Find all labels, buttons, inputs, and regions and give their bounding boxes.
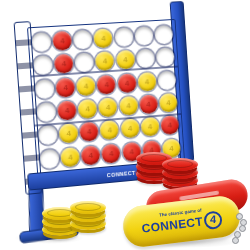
- empty-hole: [38, 125, 58, 145]
- disc-emboss: 4: [104, 80, 109, 89]
- board-cell-r5c1[interactable]: [37, 123, 59, 148]
- empty-hole: [40, 149, 60, 170]
- red-disc: 4: [52, 31, 72, 51]
- yellow-bag-logo: CONNECT 4: [141, 210, 223, 238]
- board-cell-r1c7[interactable]: [153, 23, 174, 47]
- board-cell-r3c3[interactable]: 4: [75, 74, 97, 99]
- board-cell-r6c4[interactable]: 4: [100, 141, 122, 166]
- disc-emboss: 4: [66, 129, 71, 138]
- board-cell-r4c7[interactable]: 4: [158, 91, 179, 115]
- disc-emboss: 4: [65, 106, 70, 115]
- disc-emboss: 4: [103, 57, 108, 66]
- disc-emboss: 4: [146, 100, 151, 109]
- board-cell-r3c7[interactable]: [156, 68, 177, 92]
- disc-emboss: 4: [106, 103, 111, 112]
- yellow-disc: 4: [98, 98, 118, 118]
- yellow-bag-title: CONNECT: [141, 215, 204, 235]
- empty-hole: [134, 26, 153, 46]
- board-logo: CONNECT4: [107, 168, 140, 178]
- yellow-bag-four: 4: [204, 211, 222, 229]
- yellow-disc: 4: [137, 72, 156, 92]
- disc-emboss: 4: [167, 121, 172, 130]
- disc-emboss: 4: [166, 98, 171, 107]
- disc-emboss: 4: [68, 152, 73, 161]
- disc-emboss: 4: [101, 34, 106, 43]
- yellow-disc: 4: [119, 96, 138, 116]
- red-disc: 4: [80, 122, 100, 142]
- chain-link-icon: [232, 237, 239, 244]
- empty-hole: [114, 27, 133, 47]
- red-disc: 4: [81, 145, 101, 165]
- chain-icon: [232, 213, 248, 249]
- board-cell-r1c2[interactable]: 4: [51, 29, 73, 53]
- empty-hole: [73, 30, 93, 50]
- board-cell-r2c5[interactable]: 4: [114, 48, 136, 72]
- disc-emboss: 4: [109, 149, 114, 158]
- board-cell-r6c2[interactable]: 4: [59, 145, 81, 170]
- disc-emboss: 4: [87, 128, 92, 137]
- yellow-disc: 4: [76, 76, 96, 96]
- empty-hole: [31, 32, 51, 52]
- red-disc: 4: [57, 101, 77, 121]
- board-cell-r1c1[interactable]: [30, 30, 53, 55]
- board-cell-r1c5[interactable]: [113, 25, 135, 49]
- board-cell-r1c6[interactable]: [133, 24, 155, 48]
- board-cell-r4c5[interactable]: 4: [118, 94, 140, 118]
- board-cell-r1c4[interactable]: 4: [93, 26, 115, 50]
- board-cell-r4c3[interactable]: 4: [77, 97, 99, 122]
- yellow-disc: 4: [95, 52, 115, 72]
- board-cell-r2c6[interactable]: [135, 47, 157, 71]
- board-cell-r3c5[interactable]: 4: [116, 71, 138, 95]
- red-disc: 4: [117, 73, 136, 93]
- board-cell-r2c1[interactable]: [32, 53, 55, 78]
- empty-hole: [75, 53, 95, 73]
- yellow-disc: 4: [159, 93, 178, 113]
- yellow-disc: 4: [60, 147, 80, 167]
- board-cell-r4c2[interactable]: 4: [56, 98, 78, 123]
- board-cell-r2c4[interactable]: 4: [94, 49, 116, 73]
- yellow-disc: 4: [78, 99, 98, 119]
- board-cell-r4c4[interactable]: 4: [97, 95, 119, 120]
- board-cell-r5c7[interactable]: 4: [159, 114, 180, 138]
- board-cell-r3c4[interactable]: 4: [96, 72, 118, 96]
- board-cell-r4c1[interactable]: [35, 100, 58, 125]
- disc-emboss: 4: [85, 104, 90, 113]
- board-cell-r3c2[interactable]: 4: [54, 75, 76, 100]
- disc-emboss: 4: [128, 124, 133, 133]
- yellow-disc: 4: [116, 50, 135, 70]
- board-cell-r2c7[interactable]: [155, 46, 176, 70]
- empty-hole: [154, 25, 173, 45]
- disc-emboss: 4: [63, 83, 68, 92]
- yellow-disc-pile[interactable]: [42, 196, 114, 242]
- disc-emboss: 4: [60, 36, 65, 45]
- red-disc: 4: [139, 95, 158, 115]
- disc-emboss: 4: [129, 147, 134, 156]
- red-disc: 4: [97, 75, 117, 95]
- red-disc: 4: [54, 54, 74, 74]
- board-cell-r6c3[interactable]: 4: [80, 143, 102, 168]
- disc-emboss: 4: [124, 79, 129, 88]
- empty-hole: [136, 49, 155, 69]
- red-disc: 4: [56, 77, 76, 97]
- empty-hole: [36, 102, 56, 122]
- board-cell-r1c3[interactable]: [72, 28, 94, 52]
- yellow-disc: 4: [94, 29, 114, 49]
- disc-emboss: 4: [123, 56, 128, 65]
- disc-emboss: 4: [126, 101, 131, 110]
- board-cell-r6c1[interactable]: [38, 146, 60, 171]
- board-cell-r2c3[interactable]: [74, 51, 96, 75]
- board-cell-r5c6[interactable]: 4: [139, 115, 160, 139]
- board-cell-r3c1[interactable]: [33, 77, 56, 102]
- loose-yellow-disc[interactable]: [70, 201, 106, 214]
- yellow-disc: 4: [59, 124, 79, 144]
- disc-emboss: 4: [107, 126, 112, 135]
- yellow-disc: 4: [100, 120, 120, 140]
- disc-emboss: 4: [61, 60, 66, 69]
- yellow-disc: 4: [120, 119, 139, 139]
- board-cell-r5c2[interactable]: 4: [58, 121, 80, 146]
- board-logo-connect: CONNECT: [107, 170, 136, 179]
- board-cell-r3c6[interactable]: 4: [136, 70, 158, 94]
- empty-hole: [156, 48, 175, 68]
- board-cell-r5c5[interactable]: 4: [119, 117, 141, 141]
- empty-hole: [35, 79, 55, 99]
- disc-emboss: 4: [84, 81, 89, 90]
- empty-hole: [33, 56, 53, 76]
- board-cell-r4c6[interactable]: 4: [138, 92, 159, 116]
- product-photo: 4444444444444444444444444444 CONNECT4 Th…: [0, 0, 250, 250]
- board-cell-r5c4[interactable]: 4: [99, 118, 121, 143]
- empty-hole: [157, 70, 176, 90]
- disc-emboss: 4: [88, 151, 93, 160]
- red-disc: 4: [102, 143, 122, 163]
- disc-emboss: 4: [145, 77, 150, 86]
- disc-emboss: 4: [148, 123, 153, 132]
- red-disc: 4: [160, 116, 179, 136]
- loose-red-disc[interactable]: [162, 158, 198, 171]
- yellow-disc: 4: [140, 117, 159, 137]
- board-cell-r5c3[interactable]: 4: [78, 120, 100, 145]
- board-cell-r2c2[interactable]: 4: [53, 52, 75, 77]
